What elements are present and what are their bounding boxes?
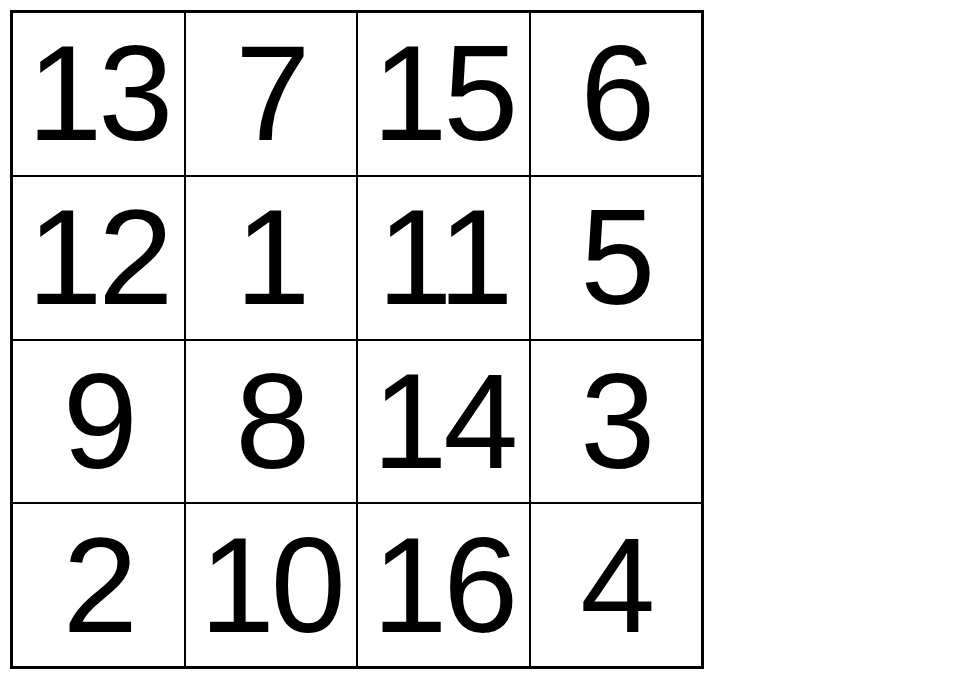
cell-r2c3[interactable]: 11: [357, 176, 530, 340]
cell-r4c3[interactable]: 16: [357, 503, 530, 667]
cell-r2c4[interactable]: 5: [530, 176, 703, 340]
cell-r4c2[interactable]: 10: [185, 503, 358, 667]
page-canvas: 13 7 15 6 12 1 11 5 9 8 14 3 2 10 16 4: [0, 0, 960, 686]
cell-r1c3[interactable]: 15: [357, 12, 530, 176]
cell-r3c4[interactable]: 3: [530, 340, 703, 504]
cell-r2c1[interactable]: 12: [12, 176, 185, 340]
cell-r1c2[interactable]: 7: [185, 12, 358, 176]
cell-r3c3[interactable]: 14: [357, 340, 530, 504]
cell-r2c2[interactable]: 1: [185, 176, 358, 340]
cell-r1c4[interactable]: 6: [530, 12, 703, 176]
cell-r4c1[interactable]: 2: [12, 503, 185, 667]
cell-r1c1[interactable]: 13: [12, 12, 185, 176]
cell-r3c1[interactable]: 9: [12, 340, 185, 504]
cell-r3c2[interactable]: 8: [185, 340, 358, 504]
number-grid-board: 13 7 15 6 12 1 11 5 9 8 14 3 2 10 16 4: [10, 10, 704, 669]
cell-r4c4[interactable]: 4: [530, 503, 703, 667]
